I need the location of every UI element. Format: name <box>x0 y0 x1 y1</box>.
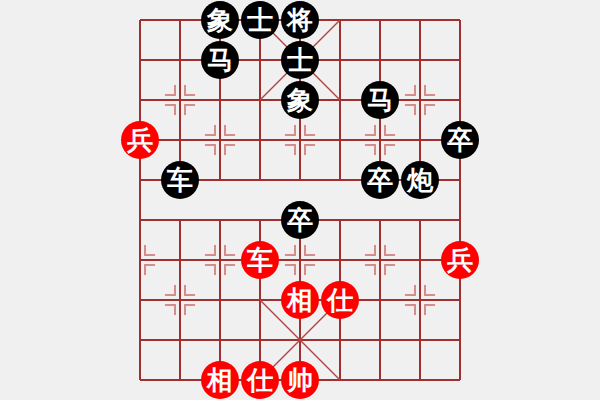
black-elephant[interactable]: 象 <box>201 1 239 39</box>
red-advisor[interactable]: 仕 <box>321 281 359 319</box>
black-advisor[interactable]: 士 <box>241 1 279 39</box>
black-soldier[interactable]: 卒 <box>361 161 399 199</box>
black-horse[interactable]: 马 <box>361 81 399 119</box>
red-elephant[interactable]: 相 <box>281 281 319 319</box>
black-soldier[interactable]: 卒 <box>441 121 479 159</box>
black-chariot[interactable]: 车 <box>161 161 199 199</box>
red-soldier[interactable]: 兵 <box>441 241 479 279</box>
black-general[interactable]: 将 <box>281 1 319 39</box>
red-general[interactable]: 帅 <box>281 361 319 399</box>
black-soldier[interactable]: 卒 <box>281 201 319 239</box>
red-soldier[interactable]: 兵 <box>121 121 159 159</box>
red-advisor[interactable]: 仕 <box>241 361 279 399</box>
red-elephant[interactable]: 相 <box>201 361 239 399</box>
black-advisor[interactable]: 士 <box>281 41 319 79</box>
black-elephant[interactable]: 象 <box>281 81 319 119</box>
xiangqi-diagram: 象士将马士象马兵卒车卒炮卒车兵相仕相仕帅 <box>0 0 600 400</box>
xiangqi-board[interactable]: 象士将马士象马兵卒车卒炮卒车兵相仕相仕帅 <box>140 20 460 380</box>
red-chariot[interactable]: 车 <box>241 241 279 279</box>
black-horse[interactable]: 马 <box>201 41 239 79</box>
black-cannon[interactable]: 炮 <box>401 161 439 199</box>
